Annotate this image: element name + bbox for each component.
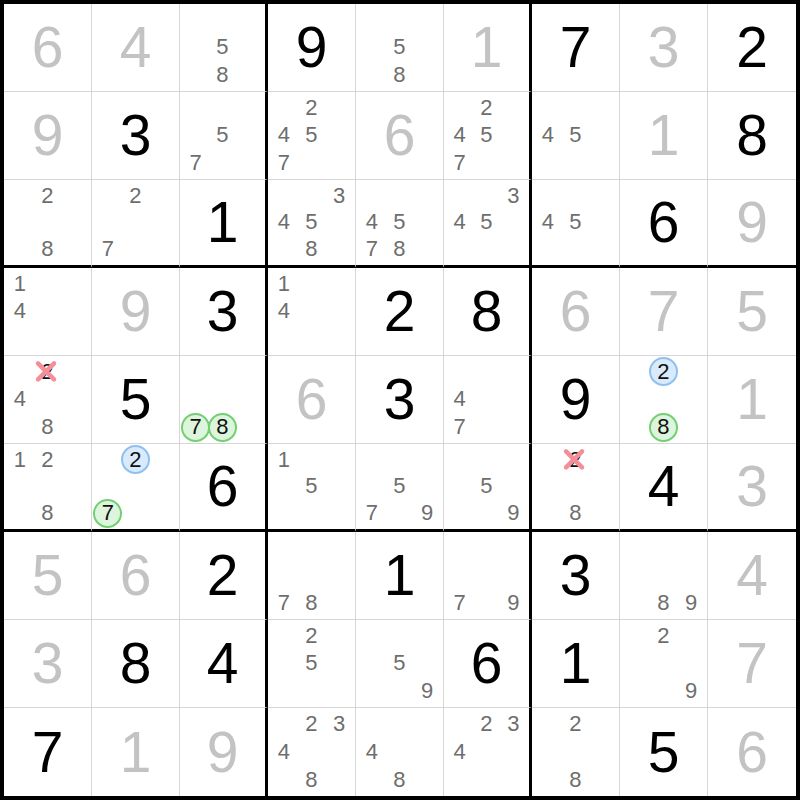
candidate-grid: 2457	[446, 94, 527, 177]
sudoku-board: 6458958173293572457624574518282713458457…	[0, 0, 800, 800]
cell-r1c7[interactable]: 7	[532, 4, 620, 92]
candidate-digit: 3	[507, 185, 519, 207]
given-digit: 3	[356, 356, 443, 443]
candidate-digit: 7	[366, 238, 378, 260]
candidate-5[interactable]: 5	[209, 122, 236, 150]
solved-digit: 6	[4, 4, 91, 91]
cell-r4c3[interactable]: 3	[180, 268, 268, 356]
candidate-4[interactable]: 4	[446, 738, 473, 766]
cell-r6c9[interactable]: 3	[708, 444, 796, 532]
cell-r7c6[interactable]: 79	[444, 532, 532, 620]
candidate-digit: 5	[305, 475, 317, 497]
cell-r3c8[interactable]: 6	[620, 180, 708, 268]
candidate-digit: 4	[278, 211, 290, 233]
candidate-digit: 4	[453, 211, 465, 233]
candidate-4[interactable]: 4	[6, 386, 34, 414]
candidate-digit: 8	[305, 592, 317, 614]
cell-r6c8[interactable]: 4	[620, 444, 708, 532]
candidate-digit: 8	[216, 64, 228, 86]
solved-digit: 1	[708, 356, 796, 443]
candidate-digit: 5	[480, 211, 492, 233]
cell-r9c8[interactable]: 5	[620, 708, 708, 796]
given-digit: 2	[180, 532, 265, 619]
candidate-digit: 4	[366, 211, 378, 233]
given-digit: 4	[180, 620, 265, 707]
cell-r1c4[interactable]: 9	[268, 4, 356, 92]
cell-r2c7[interactable]: 45	[532, 92, 620, 180]
cell-r4c2[interactable]: 9	[92, 268, 180, 356]
cell-r4c6[interactable]: 8	[444, 268, 532, 356]
candidate-digit: 4	[14, 388, 26, 410]
candidate-digit: 7	[189, 416, 201, 438]
candidate-2-blue-circle[interactable]: 2	[650, 358, 678, 386]
candidate-4[interactable]: 4	[270, 738, 298, 766]
cell-r1c5[interactable]: 58	[356, 4, 444, 92]
candidate-grid: 345	[446, 182, 527, 263]
candidate-digit: 7	[102, 502, 114, 524]
cell-r2c4[interactable]: 2457	[268, 92, 356, 180]
cell-r9c1[interactable]: 7	[4, 708, 92, 796]
candidate-digit: 8	[569, 769, 581, 791]
candidate-5[interactable]: 5	[473, 473, 500, 500]
candidate-digit: 8	[305, 769, 317, 791]
candidate-8-green-circle[interactable]: 8	[209, 413, 236, 441]
candidate-5[interactable]: 5	[298, 473, 326, 500]
candidate-digit: 4	[453, 124, 465, 146]
cell-r6c7[interactable]: 28	[532, 444, 620, 532]
candidate-4[interactable]: 4	[270, 298, 298, 326]
cell-r9c2[interactable]: 1	[92, 708, 180, 796]
solved-digit: 9	[92, 268, 179, 355]
candidate-digit: 5	[216, 124, 228, 146]
cell-r8c4[interactable]: 25	[268, 620, 356, 708]
candidate-grid: 78	[182, 358, 263, 441]
candidate-grid: 28	[6, 182, 89, 263]
candidate-digit: 5	[480, 124, 492, 146]
candidate-5[interactable]: 5	[298, 650, 326, 678]
candidate-grid: 58	[358, 6, 441, 89]
candidate-5[interactable]: 5	[473, 122, 500, 150]
candidate-grid: 28	[534, 710, 617, 794]
candidate-grid: 79	[446, 534, 527, 617]
candidate-grid: 59	[358, 622, 441, 705]
candidate-7[interactable]: 7	[182, 149, 209, 177]
candidate-8[interactable]: 8	[298, 589, 326, 617]
candidate-digit: 4	[278, 300, 290, 322]
candidate-8[interactable]: 8	[34, 413, 62, 441]
candidate-8-green-circle[interactable]: 8	[650, 413, 678, 441]
candidate-7[interactable]: 7	[270, 149, 298, 177]
candidate-digit: 5	[480, 475, 492, 497]
given-digit: 7	[532, 4, 619, 91]
cell-r2c3[interactable]: 57	[180, 92, 268, 180]
cell-r1c2[interactable]: 4	[92, 4, 180, 92]
candidate-5[interactable]: 5	[298, 209, 326, 236]
solved-digit: 9	[4, 92, 91, 179]
cell-r8c3[interactable]: 4	[180, 620, 268, 708]
candidate-digit: 8	[41, 416, 53, 438]
cell-r4c1[interactable]: 14	[4, 268, 92, 356]
given-digit: 6	[620, 180, 707, 265]
candidate-digit: 4	[542, 124, 554, 146]
candidate-digit: 7	[453, 152, 465, 174]
candidate-digit: 3	[507, 713, 519, 735]
cell-r4c9[interactable]: 5	[708, 268, 796, 356]
candidate-digit: 3	[333, 713, 345, 735]
candidate-grid: 58	[182, 6, 263, 89]
cell-r7c4[interactable]: 78	[268, 532, 356, 620]
cell-r8c6[interactable]: 6	[444, 620, 532, 708]
candidate-4[interactable]: 4	[534, 209, 562, 236]
given-digit: 1	[532, 620, 619, 707]
solved-digit: 6	[92, 532, 179, 619]
candidate-8[interactable]: 8	[386, 766, 414, 794]
cell-r8c9[interactable]: 7	[708, 620, 796, 708]
candidate-grid: 14	[6, 270, 89, 353]
candidate-8[interactable]: 8	[298, 236, 326, 263]
candidate-5[interactable]: 5	[562, 209, 590, 236]
candidate-2[interactable]: 2	[473, 710, 500, 738]
candidate-digit: 4	[453, 388, 465, 410]
cell-r7c1[interactable]: 5	[4, 532, 92, 620]
candidate-8[interactable]: 8	[34, 236, 62, 263]
candidate-digit: 5	[393, 36, 405, 58]
candidate-5[interactable]: 5	[298, 122, 326, 150]
given-digit: 1	[356, 532, 443, 619]
cell-r9c7[interactable]: 28	[532, 708, 620, 796]
candidate-2[interactable]: 2	[34, 446, 62, 473]
candidate-7-green-circle[interactable]: 7	[182, 413, 209, 441]
candidate-9[interactable]: 9	[500, 589, 527, 617]
candidate-digit: 9	[685, 680, 697, 702]
cell-r6c3[interactable]: 6	[180, 444, 268, 532]
candidate-8[interactable]: 8	[298, 766, 326, 794]
given-digit: 1	[180, 180, 265, 265]
cell-r9c4[interactable]: 2348	[268, 708, 356, 796]
candidate-4[interactable]: 4	[446, 386, 473, 414]
solved-digit: 6	[708, 708, 796, 796]
candidate-7[interactable]: 7	[270, 589, 298, 617]
cell-r5c7[interactable]: 9	[532, 356, 620, 444]
cell-r2c5[interactable]: 6	[356, 92, 444, 180]
candidate-1[interactable]: 1	[6, 446, 34, 473]
candidate-7[interactable]: 7	[446, 589, 473, 617]
candidate-grid: 25	[270, 622, 353, 705]
candidate-7[interactable]: 7	[446, 413, 473, 441]
solved-digit: 3	[708, 444, 796, 529]
cell-r6c5[interactable]: 579	[356, 444, 444, 532]
candidate-5[interactable]: 5	[386, 34, 414, 62]
candidate-2[interactable]: 2	[298, 94, 326, 122]
cell-r5c2[interactable]: 5	[92, 356, 180, 444]
candidate-5[interactable]: 5	[473, 209, 500, 236]
candidate-digit: 4	[14, 300, 26, 322]
cell-r8c5[interactable]: 59	[356, 620, 444, 708]
cell-r9c5[interactable]: 48	[356, 708, 444, 796]
candidate-grid: 27	[94, 182, 177, 263]
candidate-digit: 2	[657, 361, 669, 383]
candidate-grid: 3458	[270, 182, 353, 263]
given-digit: 5	[92, 356, 179, 443]
cell-r3c9[interactable]: 9	[708, 180, 796, 268]
candidate-9[interactable]: 9	[500, 500, 527, 527]
solved-digit: 6	[532, 268, 619, 355]
candidate-grid: 579	[358, 446, 441, 527]
candidate-grid: 2348	[270, 710, 353, 794]
candidate-digit: 7	[366, 502, 378, 524]
candidate-digit: 1	[14, 449, 26, 471]
cell-r3c5[interactable]: 4578	[356, 180, 444, 268]
candidate-digit: 7	[453, 592, 465, 614]
candidate-2[interactable]: 2	[298, 710, 326, 738]
cell-r9c9[interactable]: 6	[708, 708, 796, 796]
cell-r8c2[interactable]: 8	[92, 620, 180, 708]
candidate-digit: 7	[278, 592, 290, 614]
candidate-9[interactable]: 9	[413, 500, 441, 527]
candidate-grid: 59	[446, 446, 527, 527]
candidate-digit: 5	[216, 36, 228, 58]
candidate-grid: 28	[534, 446, 617, 527]
cell-r5c3[interactable]: 78	[180, 356, 268, 444]
cell-r7c9[interactable]: 4	[708, 532, 796, 620]
cell-r4c4[interactable]: 14	[268, 268, 356, 356]
cell-r9c6[interactable]: 234	[444, 708, 532, 796]
candidate-4[interactable]: 4	[6, 298, 34, 326]
candidate-grid: 45	[534, 182, 617, 263]
given-digit: 6	[180, 444, 265, 529]
candidate-4[interactable]: 4	[270, 122, 298, 150]
candidate-9[interactable]: 9	[413, 677, 441, 705]
candidate-grid: 4578	[358, 182, 441, 263]
candidate-2-eliminated[interactable]: 2	[34, 358, 62, 386]
candidate-digit: 2	[305, 713, 317, 735]
cell-r2c2[interactable]: 3	[92, 92, 180, 180]
cell-r2c8[interactable]: 1	[620, 92, 708, 180]
cell-r3c3[interactable]: 1	[180, 180, 268, 268]
candidate-7-green-circle[interactable]: 7	[94, 500, 122, 527]
cell-r3c1[interactable]: 28	[4, 180, 92, 268]
cell-r5c6[interactable]: 47	[444, 356, 532, 444]
candidate-grid: 128	[6, 446, 89, 527]
cell-r7c5[interactable]: 1	[356, 532, 444, 620]
cell-r4c7[interactable]: 6	[532, 268, 620, 356]
candidate-digit: 8	[41, 502, 53, 524]
cell-r3c4[interactable]: 3458	[268, 180, 356, 268]
candidate-7[interactable]: 7	[358, 500, 386, 527]
candidate-3[interactable]: 3	[500, 710, 527, 738]
cell-r7c8[interactable]: 89	[620, 532, 708, 620]
candidate-4[interactable]: 4	[446, 209, 473, 236]
solved-digit: 1	[444, 4, 529, 91]
candidate-1[interactable]: 1	[270, 270, 298, 298]
candidate-digit: 7	[278, 152, 290, 174]
cell-r1c8[interactable]: 3	[620, 4, 708, 92]
candidate-digit: 2	[657, 625, 669, 647]
candidate-8[interactable]: 8	[34, 500, 62, 527]
candidate-digit: 8	[216, 416, 228, 438]
candidate-digit: 8	[41, 238, 53, 260]
candidate-3[interactable]: 3	[500, 182, 527, 209]
candidate-8[interactable]: 8	[562, 500, 590, 527]
candidate-8[interactable]: 8	[386, 61, 414, 89]
cell-r5c9[interactable]: 1	[708, 356, 796, 444]
given-digit: 7	[4, 708, 91, 796]
candidate-digit: 1	[278, 449, 290, 471]
cell-r1c1[interactable]: 6	[4, 4, 92, 92]
candidate-digit: 8	[393, 769, 405, 791]
candidate-5[interactable]: 5	[386, 650, 414, 678]
candidate-digit: 2	[41, 449, 53, 471]
given-digit: 4	[620, 444, 707, 529]
cell-r5c4[interactable]: 6	[268, 356, 356, 444]
candidate-2-eliminated[interactable]: 2	[562, 446, 590, 473]
candidate-3[interactable]: 3	[325, 182, 353, 209]
cell-r3c6[interactable]: 345	[444, 180, 532, 268]
candidate-digit: 9	[421, 680, 433, 702]
candidate-9[interactable]: 9	[677, 589, 705, 617]
candidate-4[interactable]: 4	[534, 122, 562, 150]
candidate-2[interactable]: 2	[34, 182, 62, 209]
cell-r6c2[interactable]: 27	[92, 444, 180, 532]
candidate-digit: 2	[569, 713, 581, 735]
candidate-2[interactable]: 2	[473, 94, 500, 122]
solved-digit: 3	[620, 4, 707, 91]
candidate-digit: 4	[278, 741, 290, 763]
cell-r8c8[interactable]: 29	[620, 620, 708, 708]
candidate-2[interactable]: 2	[650, 622, 678, 650]
candidate-4[interactable]: 4	[358, 209, 386, 236]
cell-r6c6[interactable]: 59	[444, 444, 532, 532]
candidate-5[interactable]: 5	[562, 122, 590, 150]
given-digit: 3	[180, 268, 265, 355]
given-digit: 2	[356, 268, 443, 355]
candidate-grid: 48	[358, 710, 441, 794]
candidate-1[interactable]: 1	[270, 446, 298, 473]
candidate-digit: 4	[453, 741, 465, 763]
candidate-7[interactable]: 7	[446, 149, 473, 177]
candidate-8[interactable]: 8	[650, 589, 678, 617]
cell-r6c4[interactable]: 15	[268, 444, 356, 532]
given-digit: 8	[92, 620, 179, 707]
candidate-5[interactable]: 5	[386, 209, 414, 236]
cell-r9c3[interactable]: 9	[180, 708, 268, 796]
candidate-8[interactable]: 8	[209, 61, 236, 89]
candidate-digit: 1	[14, 273, 26, 295]
solved-digit: 9	[180, 708, 265, 796]
cell-r7c3[interactable]: 2	[180, 532, 268, 620]
solved-digit: 6	[356, 92, 443, 179]
candidate-digit: 7	[189, 152, 201, 174]
candidate-4[interactable]: 4	[358, 738, 386, 766]
candidate-digit: 5	[393, 475, 405, 497]
solved-digit: 3	[4, 620, 91, 707]
solved-digit: 9	[708, 180, 796, 265]
candidate-digit: 2	[480, 97, 492, 119]
given-digit: 3	[532, 532, 619, 619]
candidate-2[interactable]: 2	[298, 622, 326, 650]
cell-r1c6[interactable]: 1	[444, 4, 532, 92]
cell-r3c7[interactable]: 45	[532, 180, 620, 268]
cell-r8c7[interactable]: 1	[532, 620, 620, 708]
candidate-grid: 15	[270, 446, 353, 527]
candidate-8[interactable]: 8	[386, 236, 414, 263]
candidate-digit: 5	[569, 211, 581, 233]
candidate-7[interactable]: 7	[358, 236, 386, 263]
candidate-digit: 5	[393, 652, 405, 674]
candidate-grid: 45	[534, 94, 617, 177]
candidate-digit: 7	[102, 238, 114, 260]
cell-r2c9[interactable]: 8	[708, 92, 796, 180]
solved-digit: 1	[92, 708, 179, 796]
cell-r5c1[interactable]: 248	[4, 356, 92, 444]
given-digit: 6	[444, 620, 529, 707]
candidate-1[interactable]: 1	[6, 270, 34, 298]
candidate-7[interactable]: 7	[94, 236, 122, 263]
candidate-digit: 8	[393, 64, 405, 86]
cell-r7c2[interactable]: 6	[92, 532, 180, 620]
candidate-grid: 89	[622, 534, 705, 617]
candidate-digit: 8	[657, 592, 669, 614]
candidate-digit: 5	[305, 211, 317, 233]
solved-digit: 7	[708, 620, 796, 707]
candidate-5[interactable]: 5	[209, 34, 236, 62]
candidate-3[interactable]: 3	[325, 710, 353, 738]
solved-digit: 1	[620, 92, 707, 179]
candidate-2[interactable]: 2	[122, 182, 150, 209]
candidate-digit: 5	[569, 124, 581, 146]
candidate-grid: 248	[6, 358, 89, 441]
candidate-4[interactable]: 4	[446, 122, 473, 150]
candidate-grid: 27	[94, 446, 177, 527]
candidate-2-blue-circle[interactable]: 2	[122, 446, 150, 473]
cell-r6c1[interactable]: 128	[4, 444, 92, 532]
cell-r3c2[interactable]: 27	[92, 180, 180, 268]
cell-r1c9[interactable]: 2	[708, 4, 796, 92]
candidate-9[interactable]: 9	[677, 677, 705, 705]
candidate-8[interactable]: 8	[562, 766, 590, 794]
candidate-digit: 5	[305, 124, 317, 146]
cell-r2c1[interactable]: 9	[4, 92, 92, 180]
candidate-grid: 78	[270, 534, 353, 617]
candidate-digit: 9	[507, 592, 519, 614]
cell-r7c7[interactable]: 3	[532, 532, 620, 620]
candidate-4[interactable]: 4	[270, 209, 298, 236]
cell-r2c6[interactable]: 2457	[444, 92, 532, 180]
candidate-5[interactable]: 5	[386, 473, 414, 500]
given-digit: 8	[444, 268, 529, 355]
candidate-grid: 29	[622, 622, 705, 705]
given-digit: 9	[268, 4, 355, 91]
candidate-digit: 3	[333, 185, 345, 207]
candidate-digit: 1	[278, 273, 290, 295]
cell-r4c5[interactable]: 2	[356, 268, 444, 356]
cell-r5c5[interactable]: 3	[356, 356, 444, 444]
cell-r4c8[interactable]: 7	[620, 268, 708, 356]
given-digit: 3	[92, 92, 179, 179]
candidate-grid: 14	[270, 270, 353, 353]
candidate-digit: 8	[657, 416, 669, 438]
cell-r8c1[interactable]: 3	[4, 620, 92, 708]
candidate-grid: 2457	[270, 94, 353, 177]
candidate-grid: 28	[622, 358, 705, 441]
solved-digit: 5	[4, 532, 91, 619]
candidate-grid: 47	[446, 358, 527, 441]
cell-r1c3[interactable]: 58	[180, 4, 268, 92]
candidate-2[interactable]: 2	[562, 710, 590, 738]
candidate-digit: 4	[542, 211, 554, 233]
candidate-digit: 8	[305, 238, 317, 260]
cell-r5c8[interactable]: 28	[620, 356, 708, 444]
